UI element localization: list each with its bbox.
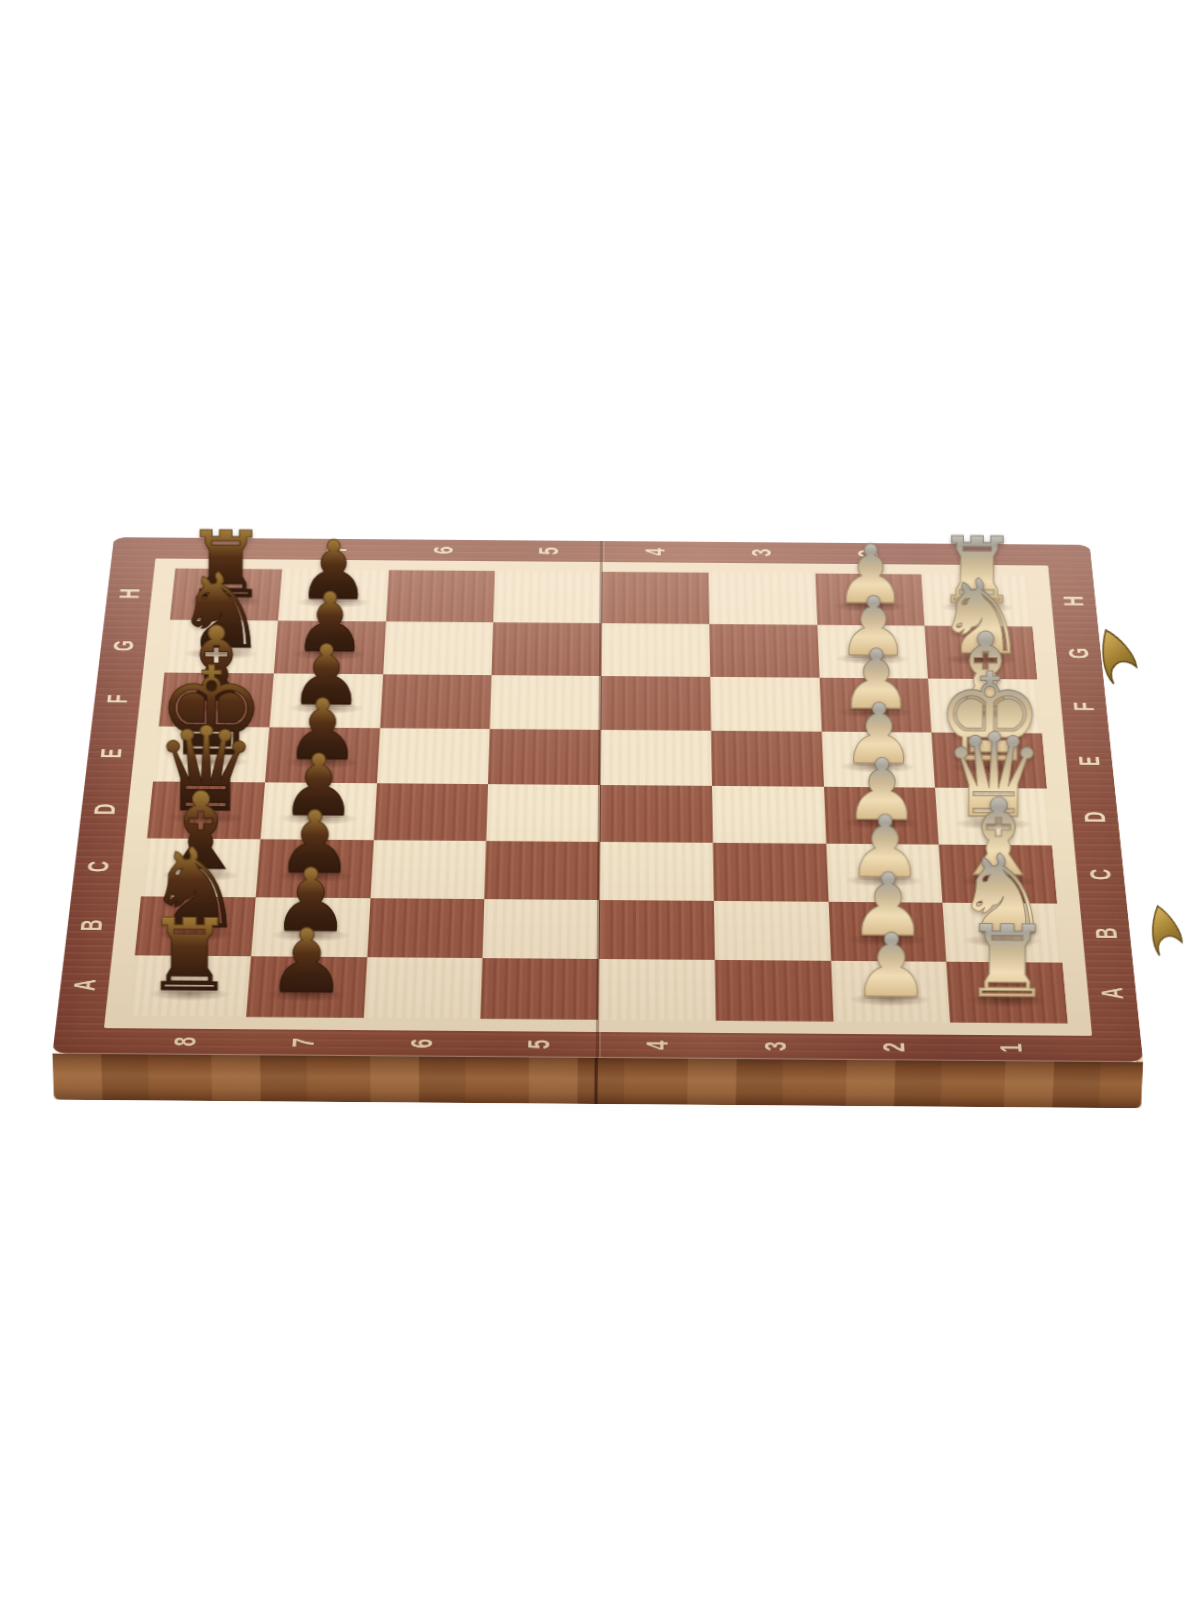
piece-black-pawn-a7[interactable]: ♟ <box>246 956 367 1018</box>
side-wood-grain <box>52 1053 1143 1108</box>
piece-black-rook-a8[interactable]: ♜ <box>128 955 250 1017</box>
black-pawn-glyph: ♟ <box>267 921 346 1002</box>
board-side-front <box>52 1053 1143 1108</box>
brass-latch-lower-icon <box>1137 903 1194 965</box>
white-rook-glyph: ♜ <box>963 916 1053 1008</box>
pieces-layer: ♜♞♝♚♛♝♞♜♟♟♟♟♟♟♟♟♟♟♟♟♟♟♟♟♜♞♝♚♛♝♞♜ <box>128 568 1067 1023</box>
chess-board: HGFEDCBA HGFEDCBA 87654321 87654321 ♜♞♝♚… <box>52 537 1143 1062</box>
product-photo-scene: HGFEDCBA HGFEDCBA 87654321 87654321 ♜♞♝♚… <box>0 0 1200 1600</box>
white-pawn-glyph: ♟ <box>851 925 930 1006</box>
piece-white-pawn-a2[interactable]: ♟ <box>831 961 951 1023</box>
black-rook-glyph: ♜ <box>145 909 235 1001</box>
piece-white-rook-a1[interactable]: ♜ <box>946 962 1067 1024</box>
